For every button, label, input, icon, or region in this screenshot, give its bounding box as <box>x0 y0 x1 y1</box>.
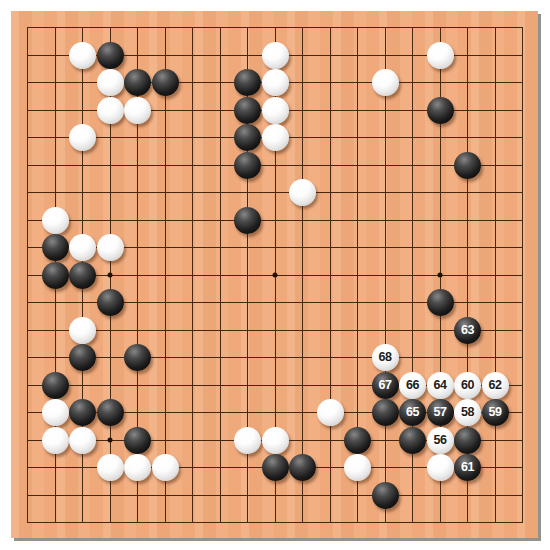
go-stone-black[interactable] <box>69 399 96 426</box>
go-stone-black[interactable] <box>399 427 426 454</box>
go-stone-black[interactable]: 61 <box>454 454 481 481</box>
go-stone-black[interactable] <box>372 482 399 509</box>
go-stone-black[interactable] <box>344 427 371 454</box>
go-stone-white[interactable] <box>97 69 124 96</box>
go-stone-white[interactable]: 64 <box>427 372 454 399</box>
go-stone-black[interactable] <box>262 454 289 481</box>
go-stone-black[interactable] <box>69 344 96 371</box>
go-stone-black[interactable]: 65 <box>399 399 426 426</box>
move-number-label: 67 <box>379 379 392 392</box>
go-stone-white[interactable] <box>427 42 454 69</box>
go-stone-black[interactable] <box>124 427 151 454</box>
move-number-label: 63 <box>461 324 474 337</box>
go-stone-white[interactable] <box>262 42 289 69</box>
go-stone-black[interactable] <box>372 399 399 426</box>
move-number-label: 65 <box>406 406 419 419</box>
move-number-label: 59 <box>489 406 502 419</box>
move-number-label: 60 <box>461 379 474 392</box>
move-number-label: 58 <box>461 406 474 419</box>
go-stone-white[interactable] <box>69 427 96 454</box>
go-stone-white[interactable] <box>234 427 261 454</box>
star-point <box>273 273 278 278</box>
go-stone-white[interactable]: 56 <box>427 427 454 454</box>
go-stone-white[interactable]: 68 <box>372 344 399 371</box>
go-stone-black[interactable] <box>97 42 124 69</box>
go-stone-black[interactable]: 57 <box>427 399 454 426</box>
go-stone-white[interactable] <box>344 454 371 481</box>
go-stone-white[interactable] <box>97 454 124 481</box>
go-stone-white[interactable] <box>42 399 69 426</box>
go-stone-black[interactable] <box>152 69 179 96</box>
go-stone-white[interactable] <box>42 427 69 454</box>
go-stone-white[interactable] <box>262 97 289 124</box>
go-stone-black[interactable] <box>454 152 481 179</box>
go-stone-black[interactable] <box>42 262 69 289</box>
go-stone-white[interactable] <box>262 69 289 96</box>
go-stone-white[interactable] <box>317 399 344 426</box>
go-stone-black[interactable] <box>234 152 261 179</box>
go-stone-black[interactable] <box>42 234 69 261</box>
go-stone-black[interactable] <box>427 97 454 124</box>
go-stone-black[interactable] <box>234 69 261 96</box>
go-stone-black[interactable] <box>97 399 124 426</box>
go-stone-white[interactable]: 66 <box>399 372 426 399</box>
go-stone-white[interactable] <box>372 69 399 96</box>
go-stone-white[interactable] <box>427 454 454 481</box>
star-point <box>108 438 113 443</box>
go-stone-white[interactable]: 62 <box>482 372 509 399</box>
go-stone-black[interactable] <box>97 289 124 316</box>
go-stone-white[interactable] <box>124 97 151 124</box>
go-board[interactable]: 63686766646062655758595661 <box>11 11 538 538</box>
go-stone-white[interactable] <box>97 234 124 261</box>
go-stone-white[interactable] <box>152 454 179 481</box>
go-stone-black[interactable] <box>234 207 261 234</box>
go-stone-white[interactable] <box>124 454 151 481</box>
move-number-label: 64 <box>434 379 447 392</box>
go-stone-white[interactable] <box>69 124 96 151</box>
go-stone-black[interactable] <box>454 427 481 454</box>
go-stone-white[interactable] <box>262 427 289 454</box>
go-stone-black[interactable]: 59 <box>482 399 509 426</box>
go-stone-black[interactable]: 63 <box>454 317 481 344</box>
go-stone-white[interactable] <box>42 207 69 234</box>
go-stone-black[interactable] <box>124 69 151 96</box>
go-stone-black[interactable] <box>289 454 316 481</box>
go-stone-white[interactable] <box>289 179 316 206</box>
move-number-label: 62 <box>489 379 502 392</box>
star-point <box>438 273 443 278</box>
move-number-label: 61 <box>461 461 474 474</box>
move-number-label: 66 <box>406 379 419 392</box>
move-number-label: 68 <box>379 351 392 364</box>
go-stone-white[interactable] <box>69 42 96 69</box>
move-number-label: 56 <box>434 434 447 447</box>
go-stone-white[interactable] <box>69 317 96 344</box>
go-stone-white[interactable] <box>69 234 96 261</box>
go-stone-black[interactable] <box>124 344 151 371</box>
star-point <box>108 273 113 278</box>
go-stone-white[interactable] <box>262 124 289 151</box>
go-stone-black[interactable]: 67 <box>372 372 399 399</box>
go-stone-black[interactable] <box>69 262 96 289</box>
go-stone-white[interactable]: 58 <box>454 399 481 426</box>
go-stone-black[interactable] <box>234 97 261 124</box>
go-stone-white[interactable] <box>97 97 124 124</box>
go-stone-white[interactable]: 60 <box>454 372 481 399</box>
go-stone-black[interactable] <box>42 372 69 399</box>
go-stone-black[interactable] <box>234 124 261 151</box>
move-number-label: 57 <box>434 406 447 419</box>
go-stone-black[interactable] <box>427 289 454 316</box>
